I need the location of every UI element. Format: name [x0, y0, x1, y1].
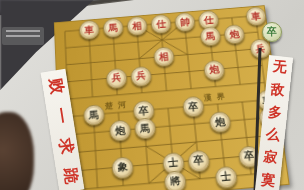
banner-left-char-1: 一: [48, 106, 71, 125]
banner-right-char-5: 寞: [260, 171, 276, 190]
river-left-text: 楚河: [105, 98, 131, 111]
banner-right-char-4: 寂: [263, 148, 279, 167]
river-right-text: 漢界: [203, 90, 230, 103]
banner-right-char-3: 么: [265, 126, 281, 145]
banner-right-char-0: 无: [272, 58, 288, 77]
banner-left-char-2: 求: [53, 137, 76, 156]
banner-left-char-0: 败: [44, 76, 67, 95]
banner-right-char-1: 敌: [270, 80, 286, 99]
banner-right-char-2: 多: [267, 103, 283, 122]
street-xiangqi-photo: 楚河 漢界 車馬相仕帥仕車馬炮相兵兵兵炮馬卒卒車炮馬炮象車象士卒卒將士 卒 败一…: [0, 0, 304, 190]
captured-piece-green: 卒: [262, 22, 282, 42]
watermark-overlay: [2, 27, 44, 45]
banner-left-char-3: 跪: [58, 167, 81, 186]
